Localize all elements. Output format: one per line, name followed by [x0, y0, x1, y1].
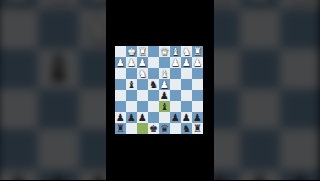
- square-g4: ♝: [38, 49, 78, 89]
- square-a4: [280, 49, 320, 89]
- white-pawn[interactable]: ♟: [137, 57, 148, 68]
- square-d1[interactable]: ♛: [159, 46, 170, 57]
- square-a3[interactable]: [192, 68, 203, 79]
- white-pawn: ♟: [38, 0, 78, 9]
- square-h6[interactable]: [115, 101, 126, 112]
- square-h6: [0, 129, 38, 169]
- white-rook[interactable]: ♜: [137, 46, 148, 57]
- black-pawn[interactable]: ♟: [126, 112, 137, 123]
- square-e8[interactable]: ♚: [148, 123, 159, 134]
- square-b6: [240, 129, 280, 169]
- white-bishop[interactable]: ♝: [159, 68, 170, 79]
- square-d7[interactable]: [159, 112, 170, 123]
- square-g2[interactable]: ♟: [126, 57, 137, 68]
- square-a4[interactable]: [192, 79, 203, 90]
- white-bishop[interactable]: ♝: [170, 46, 181, 57]
- square-f8[interactable]: [137, 123, 148, 134]
- black-knight[interactable]: ♞: [148, 79, 159, 90]
- square-c1[interactable]: ♝: [170, 46, 181, 57]
- square-a1[interactable]: ♜: [192, 46, 203, 57]
- square-e7[interactable]: [148, 112, 159, 123]
- black-pawn: ♟: [0, 170, 38, 181]
- square-d6[interactable]: ♝: [159, 101, 170, 112]
- black-pawn[interactable]: ♟: [192, 112, 203, 123]
- black-pawn: ♟: [240, 170, 280, 181]
- square-f2[interactable]: ♟: [137, 57, 148, 68]
- square-g2: ♟: [38, 0, 78, 9]
- white-pawn[interactable]: ♟: [170, 57, 181, 68]
- square-a7: ♟: [280, 170, 320, 181]
- square-d5[interactable]: ♟: [159, 90, 170, 101]
- black-rook[interactable]: ♜: [115, 123, 126, 134]
- white-pawn[interactable]: ♟: [115, 57, 126, 68]
- black-pawn[interactable]: ♟: [137, 112, 148, 123]
- square-b8[interactable]: ♞: [181, 123, 192, 134]
- square-g1[interactable]: ♚: [126, 46, 137, 57]
- square-f6[interactable]: [137, 101, 148, 112]
- black-pawn[interactable]: ♟: [159, 90, 170, 101]
- square-c2[interactable]: ♟: [170, 57, 181, 68]
- square-g5[interactable]: [126, 90, 137, 101]
- square-b4: [240, 49, 280, 89]
- square-d8[interactable]: ♛: [159, 123, 170, 134]
- square-e1[interactable]: [148, 46, 159, 57]
- white-queen[interactable]: ♛: [159, 46, 170, 57]
- square-e6[interactable]: [148, 101, 159, 112]
- square-c8[interactable]: [170, 123, 181, 134]
- black-pawn[interactable]: ♟: [181, 112, 192, 123]
- square-f3[interactable]: ♞: [137, 68, 148, 79]
- square-b7: ♟: [240, 170, 280, 181]
- square-d2[interactable]: [159, 57, 170, 68]
- square-a8[interactable]: ♜: [192, 123, 203, 134]
- white-knight[interactable]: ♞: [181, 46, 192, 57]
- square-f4[interactable]: [137, 79, 148, 90]
- chess-board[interactable]: ♚♜♛♝♞♜♟♟♟♟♟♟♞♝♝♞♟♟♝♟♟♟♟♟♟♜♚♛♞♜: [115, 46, 203, 134]
- square-a5[interactable]: [192, 90, 203, 101]
- square-h1[interactable]: [115, 46, 126, 57]
- square-a6[interactable]: [192, 101, 203, 112]
- white-pawn[interactable]: ♟: [159, 79, 170, 90]
- square-g8[interactable]: [126, 123, 137, 134]
- square-a3: [280, 9, 320, 49]
- black-queen[interactable]: ♛: [159, 123, 170, 134]
- square-g4[interactable]: ♝: [126, 79, 137, 90]
- white-rook[interactable]: ♜: [192, 46, 203, 57]
- square-b4[interactable]: [181, 79, 192, 90]
- video-frame: ♚♜♛♝♞♜♟♟♟♟♟♟♞♝♝♞♟♟♝♟♟♟♟♟♟♜♚♛♞♜ ♚♜♛♝♞♜♟♟♟…: [0, 0, 320, 180]
- square-g7[interactable]: ♟: [126, 112, 137, 123]
- square-h7[interactable]: ♟: [115, 112, 126, 123]
- black-king[interactable]: ♚: [148, 123, 159, 134]
- square-b2[interactable]: ♟: [181, 57, 192, 68]
- square-c5[interactable]: [170, 90, 181, 101]
- square-c4[interactable]: [170, 79, 181, 90]
- square-b7[interactable]: ♟: [181, 112, 192, 123]
- square-a2[interactable]: ♟: [192, 57, 203, 68]
- square-e5[interactable]: [148, 90, 159, 101]
- square-a2: ♟: [280, 0, 320, 9]
- black-bishop[interactable]: ♝: [159, 101, 170, 112]
- square-g6: [38, 129, 78, 169]
- square-e4[interactable]: ♞: [148, 79, 159, 90]
- square-d3[interactable]: ♝: [159, 68, 170, 79]
- black-pawn[interactable]: ♟: [170, 112, 181, 123]
- square-a7[interactable]: ♟: [192, 112, 203, 123]
- square-a5: [280, 89, 320, 129]
- square-b3[interactable]: [181, 68, 192, 79]
- square-e3[interactable]: [148, 68, 159, 79]
- square-h5: [0, 89, 38, 129]
- black-knight[interactable]: ♞: [181, 123, 192, 134]
- black-bishop[interactable]: ♝: [126, 79, 137, 90]
- square-f1[interactable]: ♜: [137, 46, 148, 57]
- white-pawn: ♟: [280, 0, 320, 9]
- square-c6[interactable]: [170, 101, 181, 112]
- black-rook[interactable]: ♜: [192, 123, 203, 134]
- white-king[interactable]: ♚: [126, 46, 137, 57]
- white-knight[interactable]: ♞: [137, 68, 148, 79]
- square-g7: ♟: [38, 170, 78, 181]
- square-g3: [38, 9, 78, 49]
- square-h2: ♟: [0, 0, 38, 9]
- square-b3: [240, 9, 280, 49]
- square-g6[interactable]: [126, 101, 137, 112]
- square-b1[interactable]: ♞: [181, 46, 192, 57]
- square-f7[interactable]: ♟: [137, 112, 148, 123]
- white-pawn: ♟: [0, 0, 38, 9]
- square-g3[interactable]: [126, 68, 137, 79]
- square-h5[interactable]: [115, 90, 126, 101]
- square-h7: ♟: [0, 170, 38, 181]
- square-h8[interactable]: ♜: [115, 123, 126, 134]
- square-b5: [240, 89, 280, 129]
- black-bishop: ♝: [38, 49, 78, 89]
- square-g5: [38, 89, 78, 129]
- black-pawn: ♟: [38, 170, 78, 181]
- square-h3[interactable]: [115, 68, 126, 79]
- square-h3: [0, 9, 38, 49]
- square-c3[interactable]: [170, 68, 181, 79]
- white-pawn[interactable]: ♟: [181, 57, 192, 68]
- square-b2: ♟: [240, 0, 280, 9]
- square-h4: [0, 49, 38, 89]
- white-pawn: ♟: [240, 0, 280, 9]
- square-d4[interactable]: ♟: [159, 79, 170, 90]
- white-pawn[interactable]: ♟: [126, 57, 137, 68]
- black-pawn: ♟: [280, 170, 320, 181]
- square-f5[interactable]: [137, 90, 148, 101]
- black-pawn[interactable]: ♟: [115, 112, 126, 123]
- square-c7[interactable]: ♟: [170, 112, 181, 123]
- square-h2[interactable]: ♟: [115, 57, 126, 68]
- square-a6: [280, 129, 320, 169]
- white-pawn[interactable]: ♟: [192, 57, 203, 68]
- square-b6[interactable]: [181, 101, 192, 112]
- square-e2[interactable]: [148, 57, 159, 68]
- square-h4[interactable]: [115, 79, 126, 90]
- square-b5[interactable]: [181, 90, 192, 101]
